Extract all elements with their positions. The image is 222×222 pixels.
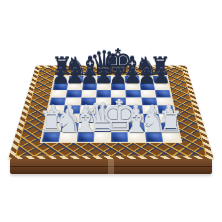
square-b5: [65, 97, 81, 105]
square-f3: [127, 114, 144, 123]
square-h1: [161, 132, 180, 142]
square-d6: [96, 90, 111, 98]
chess-scene: [8, 0, 214, 160]
square-h3: [158, 114, 176, 123]
square-g8: [139, 76, 154, 83]
square-h4: [157, 105, 174, 113]
square-f7: [125, 83, 140, 90]
square-d3: [95, 114, 111, 123]
square-b7: [67, 83, 82, 90]
square-c3: [78, 114, 95, 123]
chess-board: [8, 66, 214, 160]
square-f5: [126, 97, 142, 105]
square-g4: [142, 105, 159, 113]
square-e6: [111, 90, 126, 98]
square-d2: [94, 123, 111, 132]
square-a8: [54, 76, 69, 83]
square-f4: [126, 105, 142, 113]
square-b3: [62, 114, 79, 123]
square-c8: [83, 76, 98, 83]
square-a3: [46, 114, 64, 123]
square-f8: [125, 76, 140, 83]
square-e3: [111, 114, 127, 123]
square-g1: [145, 132, 163, 142]
square-e7: [111, 83, 126, 90]
square-h8: [153, 76, 168, 83]
square-f2: [127, 123, 144, 132]
square-d1: [94, 132, 111, 142]
square-g5: [141, 97, 157, 105]
folding-box-front-edge: [10, 159, 212, 174]
box-clasp: [108, 159, 114, 174]
square-a5: [49, 97, 66, 105]
chess-set-photo: ♜♞♝♛♚♝♞♜♟♟♟♟♟♟♟♟♟♟♟♟♟♟♟♟♜♞♝♛♚♝♞♜: [0, 0, 222, 222]
square-h6: [155, 90, 171, 98]
square-e2: [111, 123, 128, 132]
square-c2: [77, 123, 94, 132]
square-h7: [154, 83, 170, 90]
square-d5: [96, 97, 111, 105]
square-h2: [160, 123, 178, 132]
square-b2: [61, 123, 79, 132]
board-squares-grid: [40, 75, 183, 143]
square-e8: [111, 76, 125, 83]
square-c5: [80, 97, 96, 105]
square-a7: [53, 83, 69, 90]
square-e5: [111, 97, 126, 105]
square-f1: [128, 132, 146, 142]
square-h5: [156, 97, 173, 105]
square-a2: [44, 123, 62, 132]
square-d8: [97, 76, 111, 83]
square-e1: [111, 132, 128, 142]
square-a4: [48, 105, 65, 113]
square-d4: [95, 105, 111, 113]
square-a1: [42, 132, 61, 142]
square-b6: [66, 90, 82, 98]
square-c4: [79, 105, 95, 113]
square-g3: [143, 114, 160, 123]
square-a6: [51, 90, 67, 98]
square-d7: [96, 83, 111, 90]
square-b8: [68, 76, 83, 83]
square-g6: [140, 90, 156, 98]
square-g7: [139, 83, 154, 90]
square-f6: [126, 90, 141, 98]
square-b1: [59, 132, 77, 142]
square-b4: [64, 105, 81, 113]
square-c1: [76, 132, 94, 142]
square-e4: [111, 105, 127, 113]
square-g2: [144, 123, 162, 132]
square-c6: [81, 90, 96, 98]
square-c7: [82, 83, 97, 90]
